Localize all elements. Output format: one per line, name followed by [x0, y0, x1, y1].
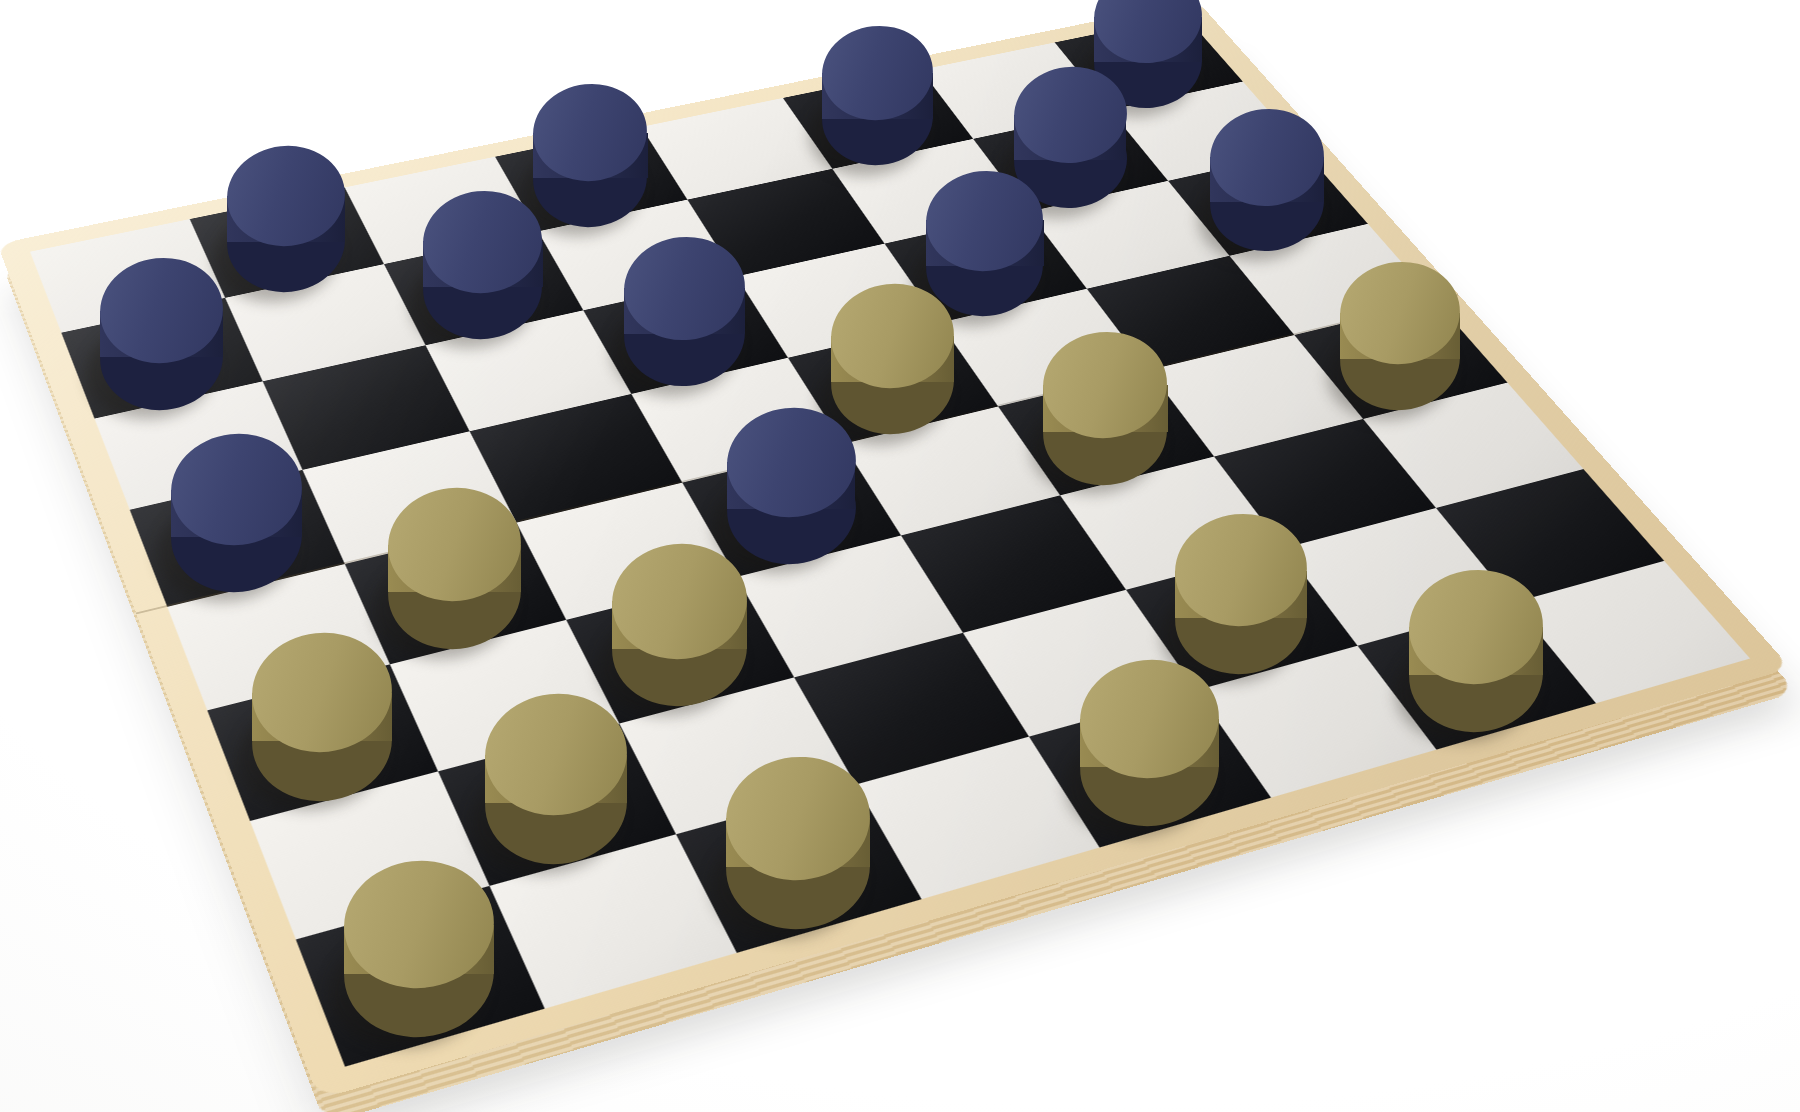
checker-gold-e1[interactable] — [1080, 660, 1219, 826]
checker-navy-d4[interactable] — [727, 408, 856, 564]
checker-gold-h4[interactable] — [1340, 262, 1460, 411]
checker-navy-b8[interactable] — [227, 146, 345, 292]
checker-gold-c3[interactable] — [612, 544, 747, 706]
checker-gold-g1[interactable] — [1409, 570, 1543, 732]
checker-gold-b4[interactable] — [388, 488, 521, 648]
checker-gold-f4[interactable] — [1043, 332, 1167, 484]
checker-navy-c7[interactable] — [423, 191, 542, 339]
checker-gold-a3[interactable] — [252, 633, 392, 800]
checker-gold-c1[interactable] — [726, 757, 870, 928]
checker-navy-d6[interactable] — [624, 237, 745, 386]
checker-navy-h6[interactable] — [1210, 109, 1324, 251]
checker-navy-a7[interactable] — [100, 258, 223, 409]
checker-gold-b2[interactable] — [485, 694, 627, 863]
checker-gold-f2[interactable] — [1175, 514, 1307, 674]
checker-navy-d8[interactable] — [533, 84, 647, 227]
checker-navy-a5[interactable] — [171, 434, 302, 593]
checker-gold-a1[interactable] — [344, 861, 494, 1037]
checkers-board-photo — [0, 0, 1800, 1112]
checker-navy-f8[interactable] — [822, 26, 933, 166]
